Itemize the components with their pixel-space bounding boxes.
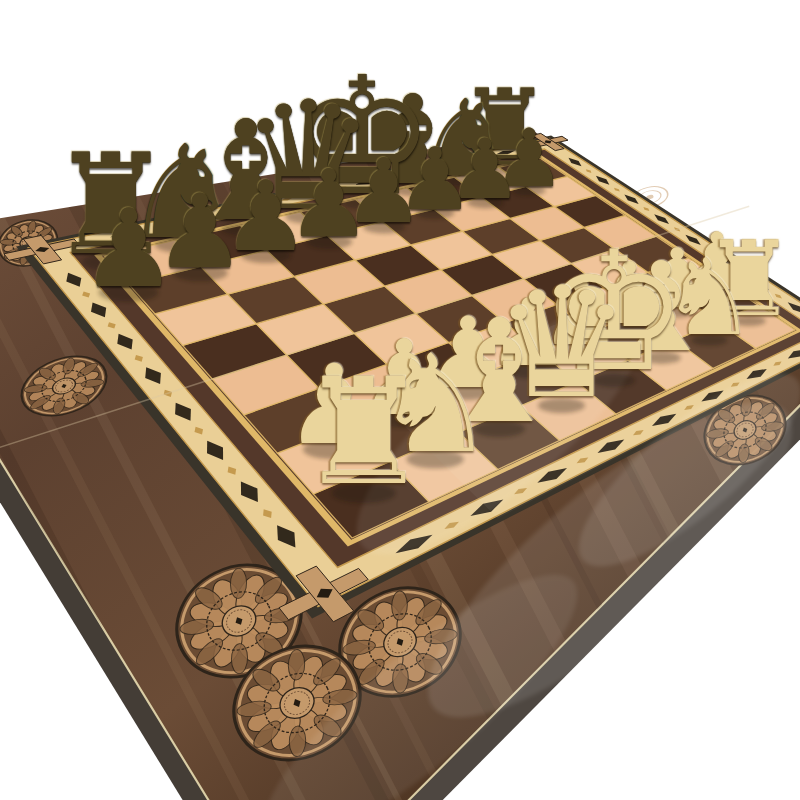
scene: ♜♞♝♟♟♚♟♛♟♝♟♞♟♜♟♟♟♟♜♟♞♟♝♟♚♟♛♟♝♟♞♜ bbox=[0, 0, 800, 800]
piece-black-pawn[interactable]: ♟ bbox=[81, 195, 178, 303]
piece-white-rook[interactable]: ♜ bbox=[298, 359, 430, 506]
